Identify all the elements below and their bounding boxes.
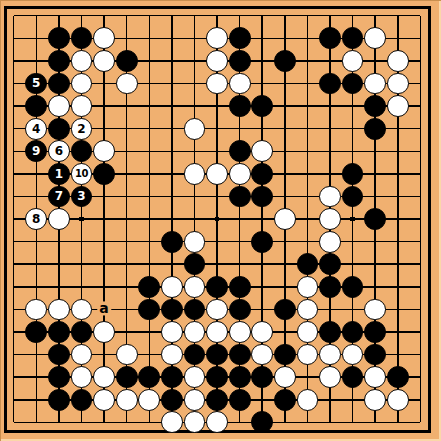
intersection-13-15[interactable] [296, 343, 319, 366]
intersection-17-3[interactable] [386, 72, 409, 95]
intersection-16-1[interactable] [364, 27, 387, 50]
intersection-11-2[interactable] [251, 50, 274, 73]
intersection-3-4[interactable] [70, 95, 93, 118]
intersection-14-4[interactable] [319, 95, 342, 118]
label-a[interactable]: a [97, 302, 110, 316]
intersection-5-2[interactable] [115, 50, 138, 73]
intersection-18-10[interactable] [409, 230, 432, 253]
intersection-10-15[interactable] [228, 343, 251, 366]
intersection-5-11[interactable] [115, 253, 138, 276]
intersection-10-8[interactable] [228, 185, 251, 208]
intersection-13-8[interactable] [296, 185, 319, 208]
intersection-1-15[interactable] [25, 343, 48, 366]
intersection-16-10[interactable] [364, 230, 387, 253]
intersection-1-11[interactable] [25, 253, 48, 276]
intersection-5-13[interactable] [115, 298, 138, 321]
intersection-2-4[interactable] [48, 95, 71, 118]
intersection-6-8[interactable] [138, 185, 161, 208]
intersection-0-5[interactable] [2, 117, 25, 140]
intersection-14-16[interactable] [319, 366, 342, 389]
intersection-17-0[interactable] [386, 4, 409, 27]
intersection-0-1[interactable] [2, 27, 25, 50]
intersection-13-10[interactable] [296, 230, 319, 253]
intersection-18-0[interactable] [409, 4, 432, 27]
intersection-11-12[interactable] [251, 276, 274, 299]
intersection-15-18[interactable] [341, 411, 364, 434]
intersection-6-3[interactable] [138, 72, 161, 95]
intersection-14-9[interactable] [319, 208, 342, 231]
intersection-17-9[interactable] [386, 208, 409, 231]
intersection-2-5[interactable] [48, 117, 71, 140]
intersection-2-6[interactable]: 6 [48, 140, 71, 163]
intersection-17-13[interactable] [386, 298, 409, 321]
intersection-11-16[interactable] [251, 366, 274, 389]
intersection-2-18[interactable] [48, 411, 71, 434]
intersection-3-2[interactable] [70, 50, 93, 73]
intersection-9-7[interactable] [206, 163, 229, 186]
intersection-14-15[interactable] [319, 343, 342, 366]
intersection-5-9[interactable] [115, 208, 138, 231]
intersection-13-11[interactable] [296, 253, 319, 276]
intersection-15-12[interactable] [341, 276, 364, 299]
intersection-1-18[interactable] [25, 411, 48, 434]
intersection-0-2[interactable] [2, 50, 25, 73]
intersection-7-15[interactable] [161, 343, 184, 366]
intersection-11-3[interactable] [251, 72, 274, 95]
intersection-18-3[interactable] [409, 72, 432, 95]
intersection-6-1[interactable] [138, 27, 161, 50]
intersection-9-2[interactable] [206, 50, 229, 73]
intersection-3-18[interactable] [70, 411, 93, 434]
intersection-14-3[interactable] [319, 72, 342, 95]
intersection-2-15[interactable] [48, 343, 71, 366]
intersection-11-1[interactable] [251, 27, 274, 50]
intersection-8-18[interactable] [183, 411, 206, 434]
intersection-10-3[interactable] [228, 72, 251, 95]
intersection-1-9[interactable]: 8 [25, 208, 48, 231]
intersection-9-4[interactable] [206, 95, 229, 118]
intersection-13-13[interactable] [296, 298, 319, 321]
intersection-2-2[interactable] [48, 50, 71, 73]
intersection-3-7[interactable]: 10 [70, 163, 93, 186]
intersection-12-3[interactable] [274, 72, 297, 95]
intersection-7-3[interactable] [161, 72, 184, 95]
intersection-5-5[interactable] [115, 117, 138, 140]
intersection-4-3[interactable] [93, 72, 116, 95]
intersection-14-2[interactable] [319, 50, 342, 73]
intersection-5-12[interactable] [115, 276, 138, 299]
intersection-1-7[interactable] [25, 163, 48, 186]
intersection-2-14[interactable] [48, 321, 71, 344]
intersection-11-4[interactable] [251, 95, 274, 118]
intersection-6-11[interactable] [138, 253, 161, 276]
intersection-8-0[interactable] [183, 4, 206, 27]
intersection-14-13[interactable] [319, 298, 342, 321]
intersection-12-14[interactable] [274, 321, 297, 344]
intersection-1-12[interactable] [25, 276, 48, 299]
intersection-0-10[interactable] [2, 230, 25, 253]
intersection-11-18[interactable] [251, 411, 274, 434]
intersection-16-15[interactable] [364, 343, 387, 366]
intersection-18-1[interactable] [409, 27, 432, 50]
intersection-6-15[interactable] [138, 343, 161, 366]
intersection-3-9[interactable] [70, 208, 93, 231]
intersection-0-17[interactable] [2, 388, 25, 411]
intersection-15-9[interactable] [341, 208, 364, 231]
intersection-2-16[interactable] [48, 366, 71, 389]
intersection-8-11[interactable] [183, 253, 206, 276]
intersection-5-8[interactable] [115, 185, 138, 208]
intersection-0-11[interactable] [2, 253, 25, 276]
intersection-8-16[interactable] [183, 366, 206, 389]
intersection-0-8[interactable] [2, 185, 25, 208]
intersection-3-14[interactable] [70, 321, 93, 344]
intersection-18-11[interactable] [409, 253, 432, 276]
intersection-15-0[interactable] [341, 4, 364, 27]
intersection-13-1[interactable] [296, 27, 319, 50]
intersection-12-5[interactable] [274, 117, 297, 140]
intersection-8-12[interactable] [183, 276, 206, 299]
intersection-18-8[interactable] [409, 185, 432, 208]
intersection-2-3[interactable] [48, 72, 71, 95]
intersection-15-14[interactable] [341, 321, 364, 344]
intersection-8-13[interactable] [183, 298, 206, 321]
intersection-17-6[interactable] [386, 140, 409, 163]
intersection-11-9[interactable] [251, 208, 274, 231]
intersection-11-14[interactable] [251, 321, 274, 344]
intersection-7-0[interactable] [161, 4, 184, 27]
intersection-10-0[interactable] [228, 4, 251, 27]
intersection-4-2[interactable] [93, 50, 116, 73]
intersection-7-14[interactable] [161, 321, 184, 344]
intersection-6-5[interactable] [138, 117, 161, 140]
intersection-3-1[interactable] [70, 27, 93, 50]
intersection-17-5[interactable] [386, 117, 409, 140]
intersection-4-11[interactable] [93, 253, 116, 276]
intersection-7-9[interactable] [161, 208, 184, 231]
intersection-3-12[interactable] [70, 276, 93, 299]
intersection-8-7[interactable] [183, 163, 206, 186]
intersection-17-1[interactable] [386, 27, 409, 50]
intersection-5-10[interactable] [115, 230, 138, 253]
intersection-18-9[interactable] [409, 208, 432, 231]
intersection-13-6[interactable] [296, 140, 319, 163]
intersection-7-18[interactable] [161, 411, 184, 434]
intersection-10-7[interactable] [228, 163, 251, 186]
intersection-14-11[interactable] [319, 253, 342, 276]
intersection-5-18[interactable] [115, 411, 138, 434]
intersection-4-15[interactable] [93, 343, 116, 366]
intersection-7-17[interactable] [161, 388, 184, 411]
intersection-13-7[interactable] [296, 163, 319, 186]
intersection-15-7[interactable] [341, 163, 364, 186]
intersection-0-14[interactable] [2, 321, 25, 344]
intersection-16-5[interactable] [364, 117, 387, 140]
intersection-18-12[interactable] [409, 276, 432, 299]
intersection-6-17[interactable] [138, 388, 161, 411]
intersection-9-1[interactable] [206, 27, 229, 50]
intersection-6-2[interactable] [138, 50, 161, 73]
intersection-10-9[interactable] [228, 208, 251, 231]
intersection-10-10[interactable] [228, 230, 251, 253]
intersection-16-18[interactable] [364, 411, 387, 434]
intersection-14-6[interactable] [319, 140, 342, 163]
intersection-4-7[interactable] [93, 163, 116, 186]
intersection-16-4[interactable] [364, 95, 387, 118]
intersection-16-14[interactable] [364, 321, 387, 344]
intersection-18-15[interactable] [409, 343, 432, 366]
intersection-6-9[interactable] [138, 208, 161, 231]
intersection-7-2[interactable] [161, 50, 184, 73]
intersection-17-18[interactable] [386, 411, 409, 434]
intersection-7-5[interactable] [161, 117, 184, 140]
intersection-14-8[interactable] [319, 185, 342, 208]
intersection-12-15[interactable] [274, 343, 297, 366]
intersection-16-6[interactable] [364, 140, 387, 163]
intersection-10-2[interactable] [228, 50, 251, 73]
intersection-7-7[interactable] [161, 163, 184, 186]
intersection-2-7[interactable]: 1 [48, 163, 71, 186]
intersection-12-9[interactable] [274, 208, 297, 231]
intersection-13-14[interactable] [296, 321, 319, 344]
intersection-2-12[interactable] [48, 276, 71, 299]
intersection-1-5[interactable]: 4 [25, 117, 48, 140]
intersection-18-5[interactable] [409, 117, 432, 140]
intersection-4-10[interactable] [93, 230, 116, 253]
intersection-18-18[interactable] [409, 411, 432, 434]
intersection-11-10[interactable] [251, 230, 274, 253]
intersection-0-18[interactable] [2, 411, 25, 434]
intersection-2-1[interactable] [48, 27, 71, 50]
intersection-9-10[interactable] [206, 230, 229, 253]
intersection-12-18[interactable] [274, 411, 297, 434]
intersection-15-15[interactable] [341, 343, 364, 366]
intersection-18-14[interactable] [409, 321, 432, 344]
intersection-9-11[interactable] [206, 253, 229, 276]
intersection-17-16[interactable] [386, 366, 409, 389]
intersection-3-15[interactable] [70, 343, 93, 366]
intersection-9-9[interactable] [206, 208, 229, 231]
intersection-3-16[interactable] [70, 366, 93, 389]
intersection-9-6[interactable] [206, 140, 229, 163]
intersection-18-6[interactable] [409, 140, 432, 163]
intersection-8-5[interactable] [183, 117, 206, 140]
intersection-2-11[interactable] [48, 253, 71, 276]
intersection-9-13[interactable] [206, 298, 229, 321]
intersection-11-17[interactable] [251, 388, 274, 411]
intersection-5-16[interactable] [115, 366, 138, 389]
intersection-16-0[interactable] [364, 4, 387, 27]
intersection-6-13[interactable] [138, 298, 161, 321]
intersection-5-14[interactable] [115, 321, 138, 344]
intersection-8-2[interactable] [183, 50, 206, 73]
intersection-6-14[interactable] [138, 321, 161, 344]
intersection-15-1[interactable] [341, 27, 364, 50]
intersection-0-16[interactable] [2, 366, 25, 389]
intersection-8-6[interactable] [183, 140, 206, 163]
intersection-2-10[interactable] [48, 230, 71, 253]
intersection-5-15[interactable] [115, 343, 138, 366]
intersection-3-8[interactable]: 3 [70, 185, 93, 208]
intersection-11-0[interactable] [251, 4, 274, 27]
intersection-7-11[interactable] [161, 253, 184, 276]
intersection-5-7[interactable] [115, 163, 138, 186]
intersection-11-6[interactable] [251, 140, 274, 163]
intersection-16-3[interactable] [364, 72, 387, 95]
intersection-10-6[interactable] [228, 140, 251, 163]
intersection-2-8[interactable]: 7 [48, 185, 71, 208]
intersection-0-15[interactable] [2, 343, 25, 366]
intersection-15-3[interactable] [341, 72, 364, 95]
intersection-10-1[interactable] [228, 27, 251, 50]
intersection-12-6[interactable] [274, 140, 297, 163]
intersection-8-4[interactable] [183, 95, 206, 118]
intersection-16-11[interactable] [364, 253, 387, 276]
intersection-12-1[interactable] [274, 27, 297, 50]
intersection-16-16[interactable] [364, 366, 387, 389]
intersection-12-10[interactable] [274, 230, 297, 253]
intersection-11-13[interactable] [251, 298, 274, 321]
intersection-18-7[interactable] [409, 163, 432, 186]
intersection-9-12[interactable] [206, 276, 229, 299]
intersection-6-10[interactable] [138, 230, 161, 253]
intersection-11-7[interactable] [251, 163, 274, 186]
intersection-1-2[interactable] [25, 50, 48, 73]
intersection-9-3[interactable] [206, 72, 229, 95]
intersection-1-10[interactable] [25, 230, 48, 253]
intersection-0-7[interactable] [2, 163, 25, 186]
intersection-13-16[interactable] [296, 366, 319, 389]
intersection-0-9[interactable] [2, 208, 25, 231]
intersection-15-6[interactable] [341, 140, 364, 163]
intersection-2-13[interactable] [48, 298, 71, 321]
intersection-15-2[interactable] [341, 50, 364, 73]
intersection-0-6[interactable] [2, 140, 25, 163]
intersection-7-13[interactable] [161, 298, 184, 321]
intersection-4-16[interactable] [93, 366, 116, 389]
intersection-15-17[interactable] [341, 388, 364, 411]
intersection-8-10[interactable] [183, 230, 206, 253]
intersection-8-17[interactable] [183, 388, 206, 411]
intersection-15-8[interactable] [341, 185, 364, 208]
intersection-7-16[interactable] [161, 366, 184, 389]
intersection-13-18[interactable] [296, 411, 319, 434]
intersection-13-0[interactable] [296, 4, 319, 27]
intersection-9-17[interactable] [206, 388, 229, 411]
intersection-12-17[interactable] [274, 388, 297, 411]
intersection-5-6[interactable] [115, 140, 138, 163]
intersection-12-0[interactable] [274, 4, 297, 27]
intersection-13-3[interactable] [296, 72, 319, 95]
intersection-9-8[interactable] [206, 185, 229, 208]
intersection-0-4[interactable] [2, 95, 25, 118]
intersection-9-14[interactable] [206, 321, 229, 344]
intersection-1-1[interactable] [25, 27, 48, 50]
intersection-2-0[interactable] [48, 4, 71, 27]
intersection-10-17[interactable] [228, 388, 251, 411]
intersection-18-17[interactable] [409, 388, 432, 411]
intersection-5-3[interactable] [115, 72, 138, 95]
intersection-4-9[interactable] [93, 208, 116, 231]
intersection-5-4[interactable] [115, 95, 138, 118]
intersection-1-14[interactable] [25, 321, 48, 344]
intersection-4-13[interactable]: a [93, 298, 116, 321]
intersection-10-16[interactable] [228, 366, 251, 389]
intersection-6-6[interactable] [138, 140, 161, 163]
intersection-3-10[interactable] [70, 230, 93, 253]
intersection-17-7[interactable] [386, 163, 409, 186]
intersection-12-13[interactable] [274, 298, 297, 321]
intersection-3-0[interactable] [70, 4, 93, 27]
intersection-9-16[interactable] [206, 366, 229, 389]
intersection-14-5[interactable] [319, 117, 342, 140]
intersection-16-2[interactable] [364, 50, 387, 73]
intersection-1-16[interactable] [25, 366, 48, 389]
intersection-16-17[interactable] [364, 388, 387, 411]
intersection-9-5[interactable] [206, 117, 229, 140]
intersection-1-8[interactable] [25, 185, 48, 208]
intersection-1-6[interactable]: 9 [25, 140, 48, 163]
intersection-7-6[interactable] [161, 140, 184, 163]
intersection-5-0[interactable] [115, 4, 138, 27]
intersection-6-12[interactable] [138, 276, 161, 299]
intersection-4-12[interactable] [93, 276, 116, 299]
intersection-11-8[interactable] [251, 185, 274, 208]
intersection-3-3[interactable] [70, 72, 93, 95]
intersection-4-18[interactable] [93, 411, 116, 434]
intersection-14-10[interactable] [319, 230, 342, 253]
intersection-2-17[interactable] [48, 388, 71, 411]
intersection-9-0[interactable] [206, 4, 229, 27]
intersection-5-1[interactable] [115, 27, 138, 50]
intersection-14-7[interactable] [319, 163, 342, 186]
intersection-16-9[interactable] [364, 208, 387, 231]
intersection-17-11[interactable] [386, 253, 409, 276]
intersection-13-4[interactable] [296, 95, 319, 118]
intersection-1-17[interactable] [25, 388, 48, 411]
intersection-4-4[interactable] [93, 95, 116, 118]
intersection-3-17[interactable] [70, 388, 93, 411]
intersection-11-11[interactable] [251, 253, 274, 276]
intersection-10-13[interactable] [228, 298, 251, 321]
intersection-12-7[interactable] [274, 163, 297, 186]
intersection-3-11[interactable] [70, 253, 93, 276]
intersection-15-16[interactable] [341, 366, 364, 389]
intersection-12-2[interactable] [274, 50, 297, 73]
intersection-15-11[interactable] [341, 253, 364, 276]
intersection-12-16[interactable] [274, 366, 297, 389]
intersection-17-2[interactable] [386, 50, 409, 73]
intersection-16-7[interactable] [364, 163, 387, 186]
intersection-16-12[interactable] [364, 276, 387, 299]
intersection-17-12[interactable] [386, 276, 409, 299]
intersection-14-18[interactable] [319, 411, 342, 434]
intersection-18-2[interactable] [409, 50, 432, 73]
intersection-18-4[interactable] [409, 95, 432, 118]
intersection-10-4[interactable] [228, 95, 251, 118]
intersection-7-10[interactable] [161, 230, 184, 253]
intersection-8-3[interactable] [183, 72, 206, 95]
intersection-1-3[interactable]: 5 [25, 72, 48, 95]
intersection-4-5[interactable] [93, 117, 116, 140]
intersection-0-13[interactable] [2, 298, 25, 321]
intersection-10-12[interactable] [228, 276, 251, 299]
intersection-14-12[interactable] [319, 276, 342, 299]
intersection-9-15[interactable] [206, 343, 229, 366]
intersection-7-1[interactable] [161, 27, 184, 50]
intersection-15-5[interactable] [341, 117, 364, 140]
intersection-17-17[interactable] [386, 388, 409, 411]
